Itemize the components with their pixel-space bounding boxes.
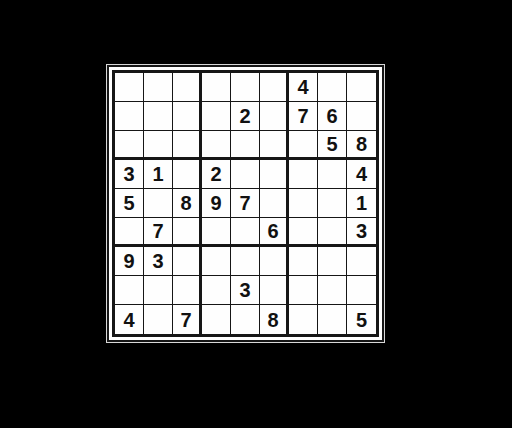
sudoku-cell-r6c9[interactable]: 3 <box>347 218 376 247</box>
sudoku-cell-r3c2[interactable] <box>144 131 173 160</box>
sudoku-cell-r5c2[interactable] <box>144 189 173 218</box>
sudoku-cell-r1c8[interactable] <box>318 73 347 102</box>
sudoku-cell-r8c6[interactable] <box>260 276 289 305</box>
sudoku-cell-r1c7[interactable]: 4 <box>289 73 318 102</box>
sudoku-cell-r8c4[interactable] <box>202 276 231 305</box>
sudoku-cell-r2c3[interactable] <box>173 102 202 131</box>
sudoku-cell-r6c7[interactable] <box>289 218 318 247</box>
sudoku-cell-r7c1[interactable]: 9 <box>115 247 144 276</box>
sudoku-cell-r3c6[interactable] <box>260 131 289 160</box>
sudoku-cell-r7c3[interactable] <box>173 247 202 276</box>
sudoku-cell-r9c9[interactable]: 5 <box>347 305 376 334</box>
sudoku-cell-r2c9[interactable] <box>347 102 376 131</box>
sudoku-cell-r5c4[interactable]: 9 <box>202 189 231 218</box>
sudoku-cell-r6c2[interactable]: 7 <box>144 218 173 247</box>
sudoku-cell-r4c6[interactable] <box>260 160 289 189</box>
sudoku-cell-r4c2[interactable]: 1 <box>144 160 173 189</box>
sudoku-cell-r1c3[interactable] <box>173 73 202 102</box>
sudoku-cell-r3c8[interactable]: 5 <box>318 131 347 160</box>
sudoku-cell-r6c1[interactable] <box>115 218 144 247</box>
sudoku-cell-r6c6[interactable]: 6 <box>260 218 289 247</box>
sudoku-cell-r2c2[interactable] <box>144 102 173 131</box>
sudoku-cell-r2c5[interactable]: 2 <box>231 102 260 131</box>
sudoku-cell-r2c6[interactable] <box>260 102 289 131</box>
sudoku-cell-r8c3[interactable] <box>173 276 202 305</box>
sudoku-cell-r5c5[interactable]: 7 <box>231 189 260 218</box>
sudoku-board-frame: 4276583124589717639334785 <box>106 64 385 343</box>
sudoku-cell-r6c3[interactable] <box>173 218 202 247</box>
sudoku-cell-r4c1[interactable]: 3 <box>115 160 144 189</box>
sudoku-cell-r7c5[interactable] <box>231 247 260 276</box>
sudoku-cell-r1c5[interactable] <box>231 73 260 102</box>
sudoku-cell-r9c3[interactable]: 7 <box>173 305 202 334</box>
sudoku-cell-r1c4[interactable] <box>202 73 231 102</box>
sudoku-board-inner-frame: 4276583124589717639334785 <box>107 65 384 342</box>
sudoku-cell-r7c6[interactable] <box>260 247 289 276</box>
sudoku-cell-r1c1[interactable] <box>115 73 144 102</box>
sudoku-cell-r9c2[interactable] <box>144 305 173 334</box>
sudoku-cell-r4c8[interactable] <box>318 160 347 189</box>
sudoku-cell-r1c6[interactable] <box>260 73 289 102</box>
sudoku-cell-r3c5[interactable] <box>231 131 260 160</box>
sudoku-cell-r8c7[interactable] <box>289 276 318 305</box>
sudoku-cell-r2c1[interactable] <box>115 102 144 131</box>
sudoku-cell-r5c6[interactable] <box>260 189 289 218</box>
sudoku-cell-r8c1[interactable] <box>115 276 144 305</box>
sudoku-cell-r1c9[interactable] <box>347 73 376 102</box>
sudoku-cell-r2c4[interactable] <box>202 102 231 131</box>
sudoku-cell-r3c9[interactable]: 8 <box>347 131 376 160</box>
sudoku-cell-r5c9[interactable]: 1 <box>347 189 376 218</box>
sudoku-cell-r5c3[interactable]: 8 <box>173 189 202 218</box>
sudoku-cell-r5c8[interactable] <box>318 189 347 218</box>
sudoku-board: 4276583124589717639334785 <box>112 70 379 337</box>
sudoku-cell-r6c8[interactable] <box>318 218 347 247</box>
page-background: 4276583124589717639334785 <box>0 0 512 428</box>
sudoku-cell-r9c6[interactable]: 8 <box>260 305 289 334</box>
sudoku-cell-r6c5[interactable] <box>231 218 260 247</box>
sudoku-cell-r6c4[interactable] <box>202 218 231 247</box>
sudoku-cell-r3c4[interactable] <box>202 131 231 160</box>
sudoku-cell-r7c9[interactable] <box>347 247 376 276</box>
sudoku-cell-r3c1[interactable] <box>115 131 144 160</box>
sudoku-cell-r4c3[interactable] <box>173 160 202 189</box>
sudoku-cell-r4c4[interactable]: 2 <box>202 160 231 189</box>
sudoku-cell-r9c4[interactable] <box>202 305 231 334</box>
sudoku-cell-r7c2[interactable]: 3 <box>144 247 173 276</box>
sudoku-cell-r5c7[interactable] <box>289 189 318 218</box>
sudoku-cell-r5c1[interactable]: 5 <box>115 189 144 218</box>
sudoku-cell-r9c7[interactable] <box>289 305 318 334</box>
sudoku-cell-r2c8[interactable]: 6 <box>318 102 347 131</box>
sudoku-cell-r4c7[interactable] <box>289 160 318 189</box>
sudoku-cell-r7c7[interactable] <box>289 247 318 276</box>
sudoku-cell-r9c8[interactable] <box>318 305 347 334</box>
sudoku-cell-r8c2[interactable] <box>144 276 173 305</box>
sudoku-cell-r2c7[interactable]: 7 <box>289 102 318 131</box>
sudoku-cell-r4c9[interactable]: 4 <box>347 160 376 189</box>
sudoku-cell-r8c9[interactable] <box>347 276 376 305</box>
sudoku-cell-r4c5[interactable] <box>231 160 260 189</box>
sudoku-cell-r8c5[interactable]: 3 <box>231 276 260 305</box>
sudoku-cell-r9c1[interactable]: 4 <box>115 305 144 334</box>
sudoku-cell-r9c5[interactable] <box>231 305 260 334</box>
sudoku-cell-r3c3[interactable] <box>173 131 202 160</box>
sudoku-cell-r7c4[interactable] <box>202 247 231 276</box>
sudoku-cell-r1c2[interactable] <box>144 73 173 102</box>
sudoku-cell-r3c7[interactable] <box>289 131 318 160</box>
sudoku-cell-r7c8[interactable] <box>318 247 347 276</box>
sudoku-cell-r8c8[interactable] <box>318 276 347 305</box>
